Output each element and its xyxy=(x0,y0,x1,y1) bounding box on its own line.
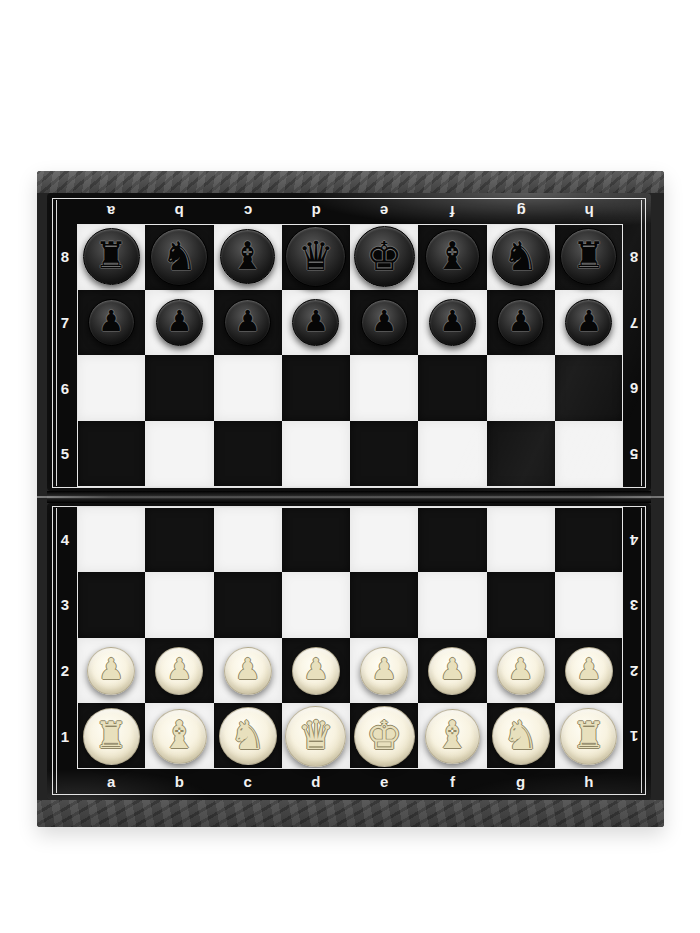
white-rook-glyph: ♜ xyxy=(95,717,128,754)
square-d6[interactable] xyxy=(282,355,350,421)
square-b4[interactable] xyxy=(145,507,213,573)
square-a8[interactable]: ♜ xyxy=(77,224,145,290)
square-b1[interactable]: ♝ xyxy=(145,703,213,769)
square-c6[interactable] xyxy=(214,355,282,421)
piece-black-pawn[interactable]: ♟ xyxy=(565,299,612,346)
square-h7[interactable]: ♟ xyxy=(555,290,623,356)
rank-label-left-5: 5 xyxy=(53,421,77,487)
piece-black-king[interactable]: ♚ xyxy=(354,226,415,287)
square-g6[interactable] xyxy=(487,355,555,421)
square-h8[interactable]: ♜ xyxy=(555,224,623,290)
hinge-gap-highlight xyxy=(37,496,664,498)
square-d7[interactable]: ♟ xyxy=(282,290,350,356)
piece-black-knight[interactable]: ♞ xyxy=(492,228,550,286)
square-f2[interactable]: ♟ xyxy=(418,638,486,704)
hinge-seam xyxy=(47,491,651,503)
white-king-glyph: ♚ xyxy=(366,715,402,755)
piece-black-queen[interactable]: ♛ xyxy=(285,226,346,287)
board-half-top: abcdefgh88♜♞♝♛♚♝♞♜77♟♟♟♟♟♟♟♟6655 xyxy=(47,193,651,491)
square-d5[interactable] xyxy=(282,421,350,487)
file-label-bottom-g: g xyxy=(487,769,555,794)
square-b6[interactable] xyxy=(145,355,213,421)
square-b3[interactable] xyxy=(145,572,213,638)
rank-label-left-8: 8 xyxy=(53,224,77,290)
piece-black-pawn[interactable]: ♟ xyxy=(361,299,408,346)
piece-white-pawn[interactable]: ♟ xyxy=(292,647,340,695)
square-g8[interactable]: ♞ xyxy=(487,224,555,290)
white-knight-glyph: ♞ xyxy=(230,715,266,755)
rank-label-right-5: 5 xyxy=(623,421,645,487)
white-pawn-glyph: ♟ xyxy=(508,655,534,684)
square-e1[interactable]: ♚ xyxy=(350,703,418,769)
piece-white-rook[interactable]: ♜ xyxy=(83,708,140,765)
square-c4[interactable] xyxy=(214,507,282,573)
white-pawn-glyph: ♟ xyxy=(439,655,465,684)
piece-black-pawn[interactable]: ♟ xyxy=(224,299,271,346)
square-a4[interactable] xyxy=(77,507,145,573)
file-label-top-b: b xyxy=(145,199,213,224)
square-f1[interactable]: ♝ xyxy=(418,703,486,769)
square-c3[interactable] xyxy=(214,572,282,638)
white-bishop-glyph: ♝ xyxy=(435,716,469,754)
square-e5[interactable] xyxy=(350,421,418,487)
piece-black-pawn[interactable]: ♟ xyxy=(156,299,203,346)
rank-label-right-3: 3 xyxy=(623,572,645,638)
piece-black-bishop[interactable]: ♝ xyxy=(425,229,480,284)
piece-white-bishop[interactable]: ♝ xyxy=(152,709,207,764)
piece-white-pawn[interactable]: ♟ xyxy=(155,647,203,695)
black-rook-glyph: ♜ xyxy=(95,237,128,274)
square-a5[interactable] xyxy=(77,421,145,487)
file-label-bottom-h: h xyxy=(555,769,623,794)
rank-label-right-1: 1 xyxy=(623,703,645,769)
square-c2[interactable]: ♟ xyxy=(214,638,282,704)
black-king-glyph: ♚ xyxy=(366,236,402,276)
piece-white-knight[interactable]: ♞ xyxy=(492,707,550,765)
black-rook-glyph: ♜ xyxy=(572,237,605,274)
piece-black-pawn[interactable]: ♟ xyxy=(292,299,339,346)
white-rook-glyph: ♜ xyxy=(572,717,605,754)
square-d2[interactable]: ♟ xyxy=(282,638,350,704)
rank-label-right-8: 8 xyxy=(623,224,645,290)
piece-black-rook[interactable]: ♜ xyxy=(560,228,617,285)
square-f3[interactable] xyxy=(418,572,486,638)
piece-white-pawn[interactable]: ♟ xyxy=(497,647,545,695)
square-f4[interactable] xyxy=(418,507,486,573)
square-e8[interactable]: ♚ xyxy=(350,224,418,290)
black-pawn-glyph: ♟ xyxy=(576,307,602,336)
white-queen-glyph: ♛ xyxy=(298,715,334,755)
piece-black-bishop[interactable]: ♝ xyxy=(220,229,275,284)
square-e4[interactable] xyxy=(350,507,418,573)
rank-label-left-3: 3 xyxy=(53,572,77,638)
square-f7[interactable]: ♟ xyxy=(418,290,486,356)
board-sticker-top: abcdefgh88♜♞♝♛♚♝♞♜77♟♟♟♟♟♟♟♟6655 xyxy=(52,198,646,488)
square-a1[interactable]: ♜ xyxy=(77,703,145,769)
piece-white-rook[interactable]: ♜ xyxy=(560,708,617,765)
square-d3[interactable] xyxy=(282,572,350,638)
piece-black-pawn[interactable]: ♟ xyxy=(88,299,135,346)
piece-white-pawn[interactable]: ♟ xyxy=(87,647,135,695)
black-pawn-glyph: ♟ xyxy=(303,307,329,336)
square-h6[interactable] xyxy=(555,355,623,421)
rank-label-left-1: 1 xyxy=(53,703,77,769)
square-b5[interactable] xyxy=(145,421,213,487)
piece-white-knight[interactable]: ♞ xyxy=(219,707,277,765)
file-label-bottom-e: e xyxy=(350,769,418,794)
white-pawn-glyph: ♟ xyxy=(303,655,329,684)
square-a2[interactable]: ♟ xyxy=(77,638,145,704)
piece-black-pawn[interactable]: ♟ xyxy=(497,299,544,346)
white-knight-glyph: ♞ xyxy=(503,715,539,755)
black-knight-glyph: ♞ xyxy=(161,236,197,276)
square-b2[interactable]: ♟ xyxy=(145,638,213,704)
square-g3[interactable] xyxy=(487,572,555,638)
square-g1[interactable]: ♞ xyxy=(487,703,555,769)
black-pawn-glyph: ♟ xyxy=(235,307,261,336)
piece-white-pawn[interactable]: ♟ xyxy=(565,647,613,695)
piece-black-knight[interactable]: ♞ xyxy=(150,228,208,286)
file-label-bottom-a: a xyxy=(77,769,145,794)
square-h5[interactable] xyxy=(555,421,623,487)
square-a3[interactable] xyxy=(77,572,145,638)
rank-label-right-6: 6 xyxy=(623,355,645,421)
square-a7[interactable]: ♟ xyxy=(77,290,145,356)
black-pawn-glyph: ♟ xyxy=(508,307,534,336)
piece-black-rook[interactable]: ♜ xyxy=(83,228,140,285)
square-d4[interactable] xyxy=(282,507,350,573)
black-pawn-glyph: ♟ xyxy=(371,307,397,336)
square-f8[interactable]: ♝ xyxy=(418,224,486,290)
square-c8[interactable]: ♝ xyxy=(214,224,282,290)
file-label-top-f: f xyxy=(418,199,486,224)
white-pawn-glyph: ♟ xyxy=(235,655,261,684)
file-label-bottom-b: b xyxy=(145,769,213,794)
black-pawn-glyph: ♟ xyxy=(439,307,465,336)
piece-white-bishop[interactable]: ♝ xyxy=(425,709,480,764)
square-c7[interactable]: ♟ xyxy=(214,290,282,356)
square-d8[interactable]: ♛ xyxy=(282,224,350,290)
rank-label-left-7: 7 xyxy=(53,290,77,356)
square-g5[interactable] xyxy=(487,421,555,487)
square-h2[interactable]: ♟ xyxy=(555,638,623,704)
white-pawn-glyph: ♟ xyxy=(371,655,397,684)
square-c1[interactable]: ♞ xyxy=(214,703,282,769)
black-queen-glyph: ♛ xyxy=(298,236,334,276)
file-label-top-c: c xyxy=(214,199,282,224)
square-h3[interactable] xyxy=(555,572,623,638)
black-bishop-glyph: ♝ xyxy=(435,237,469,275)
square-b7[interactable]: ♟ xyxy=(145,290,213,356)
rank-label-right-7: 7 xyxy=(623,290,645,356)
file-label-top-g: g xyxy=(487,199,555,224)
square-g7[interactable]: ♟ xyxy=(487,290,555,356)
square-g2[interactable]: ♟ xyxy=(487,638,555,704)
board-half-bottom: abcdefgh443322♟♟♟♟♟♟♟♟11♜♝♞♛♚♝♞♜ xyxy=(47,503,651,801)
piece-white-king[interactable]: ♚ xyxy=(354,706,415,767)
piece-white-pawn[interactable]: ♟ xyxy=(428,647,476,695)
file-label-top-h: h xyxy=(555,199,623,224)
white-bishop-glyph: ♝ xyxy=(162,716,196,754)
square-a6[interactable] xyxy=(77,355,145,421)
file-label-bottom-f: f xyxy=(418,769,486,794)
square-e3[interactable] xyxy=(350,572,418,638)
white-pawn-glyph: ♟ xyxy=(166,655,192,684)
square-h1[interactable]: ♜ xyxy=(555,703,623,769)
file-label-bottom-d: d xyxy=(282,769,350,794)
piece-white-pawn[interactable]: ♟ xyxy=(360,647,408,695)
white-pawn-glyph: ♟ xyxy=(98,655,124,684)
square-h4[interactable] xyxy=(555,507,623,573)
black-pawn-glyph: ♟ xyxy=(98,307,124,336)
square-b8[interactable]: ♞ xyxy=(145,224,213,290)
square-g4[interactable] xyxy=(487,507,555,573)
piece-black-pawn[interactable]: ♟ xyxy=(429,299,476,346)
piece-white-queen[interactable]: ♛ xyxy=(285,706,346,767)
rank-label-left-4: 4 xyxy=(53,507,77,573)
square-e7[interactable]: ♟ xyxy=(350,290,418,356)
file-label-top-d: d xyxy=(282,199,350,224)
rank-label-right-4: 4 xyxy=(623,507,645,573)
square-d1[interactable]: ♛ xyxy=(282,703,350,769)
rank-label-right-2: 2 xyxy=(623,638,645,704)
square-e6[interactable] xyxy=(350,355,418,421)
rank-label-left-2: 2 xyxy=(53,638,77,704)
rank-label-left-6: 6 xyxy=(53,355,77,421)
board-sticker-bottom: abcdefgh443322♟♟♟♟♟♟♟♟11♜♝♞♛♚♝♞♜ xyxy=(52,506,646,796)
black-knight-glyph: ♞ xyxy=(503,236,539,276)
square-f6[interactable] xyxy=(418,355,486,421)
file-label-top-e: e xyxy=(350,199,418,224)
black-pawn-glyph: ♟ xyxy=(166,307,192,336)
square-c5[interactable] xyxy=(214,421,282,487)
file-label-top-a: a xyxy=(77,199,145,224)
white-pawn-glyph: ♟ xyxy=(576,655,602,684)
square-f5[interactable] xyxy=(418,421,486,487)
file-label-bottom-c: c xyxy=(214,769,282,794)
chess-board-case: abcdefgh88♜♞♝♛♚♝♞♜77♟♟♟♟♟♟♟♟6655 abcdefg… xyxy=(37,171,664,827)
piece-white-pawn[interactable]: ♟ xyxy=(224,647,272,695)
black-bishop-glyph: ♝ xyxy=(231,237,265,275)
square-e2[interactable]: ♟ xyxy=(350,638,418,704)
